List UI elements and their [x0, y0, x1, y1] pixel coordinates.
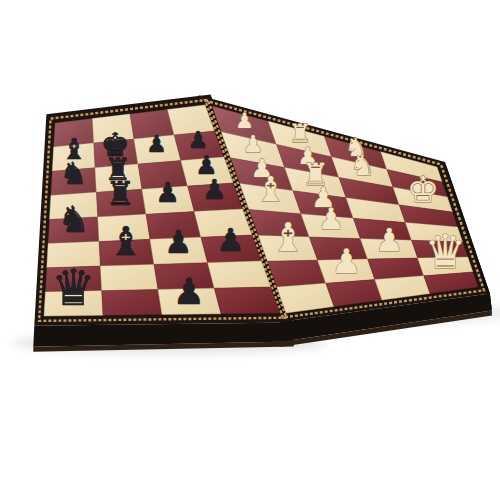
- piece-black-rook-d7: ♜: [106, 175, 135, 213]
- piece-white-king-c1: ♚: [407, 169, 439, 210]
- product-photo-canvas: ♟♜♟♟♟♚♞♝♟♟♞♟♜♞♜♟♝♚♟♜♟♟♞♝♟♟♟♝♛♟♟♛: [0, 0, 500, 500]
- piece-black-queen-h8: ♛: [51, 259, 95, 317]
- piece-white-pawn-f2: ♟: [375, 222, 403, 258]
- piece-black-pawn-f5: ♟: [216, 222, 244, 258]
- piece-black-bishop-f7: ♝: [108, 218, 143, 264]
- piece-white-queen-g1: ♛: [425, 225, 467, 279]
- piece-white-bishop-d4: ♝: [255, 169, 286, 209]
- piece-black-pawn-f6: ♟: [164, 224, 192, 260]
- piece-black-knight-c8: ♞: [60, 155, 88, 191]
- piece-white-knight-b2: ♞: [350, 149, 375, 182]
- piece-black-pawn-b6: ♟: [146, 130, 167, 157]
- piece-black-pawn-d6: ♟: [155, 176, 180, 208]
- piece-white-pawn-e3: ♟: [318, 202, 345, 236]
- piece-black-pawn-d5: ♟: [202, 173, 227, 205]
- piece-white-bishop-f4: ♝: [270, 214, 305, 260]
- chessboard-photo: ♟♜♟♟♟♚♞♝♟♟♞♟♜♞♜♟♝♚♟♜♟♟♞♝♟♟♟♝♛♟♟♛: [0, 0, 500, 500]
- piece-white-pawn-g3: ♟: [331, 242, 361, 281]
- piece-black-knight-e8: ♞: [57, 199, 89, 240]
- piece-white-pawn-a4: ♟: [235, 108, 254, 133]
- piece-black-pawn-h6: ♟: [173, 271, 205, 312]
